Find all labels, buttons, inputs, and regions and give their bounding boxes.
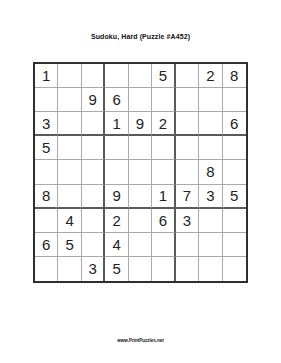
cell-r7-c9[interactable] [223,209,246,233]
cell-r9-c4[interactable]: 5 [105,257,128,281]
cell-r3-c2[interactable] [58,112,81,136]
cell-r8-c4[interactable]: 4 [105,233,128,257]
cell-r1-c2[interactable] [58,64,81,88]
cell-r9-c1[interactable] [35,257,58,281]
cell-r8-c3[interactable] [82,233,105,257]
cell-r7-c7[interactable]: 3 [176,209,199,233]
cell-r1-c6[interactable]: 5 [152,64,175,88]
cell-r8-c8[interactable] [199,233,222,257]
puzzle-title: Sudoku, Hard (Puzzle #A452) [0,33,281,40]
cell-r4-c4[interactable] [105,136,128,160]
cell-r3-c5[interactable]: 9 [129,112,152,136]
cell-r6-c1[interactable]: 8 [35,185,58,209]
cell-r7-c8[interactable] [199,209,222,233]
cell-r2-c4[interactable]: 6 [105,88,128,112]
cell-r2-c3[interactable]: 9 [82,88,105,112]
cell-r5-c1[interactable] [35,160,58,184]
cell-r1-c3[interactable] [82,64,105,88]
cell-r6-c3[interactable] [82,185,105,209]
cell-r1-c8[interactable]: 2 [199,64,222,88]
footer-url: www.PrintPuzzles.net [0,338,281,343]
cell-r3-c6[interactable]: 2 [152,112,175,136]
cell-r1-c5[interactable] [129,64,152,88]
sudoku-board: 1528963192658891735426365435 [33,62,248,283]
cell-r2-c7[interactable] [176,88,199,112]
cell-r1-c4[interactable] [105,64,128,88]
cell-r5-c3[interactable] [82,160,105,184]
cell-r4-c7[interactable] [176,136,199,160]
cell-r3-c8[interactable] [199,112,222,136]
cell-r3-c4[interactable]: 1 [105,112,128,136]
cell-r4-c3[interactable] [82,136,105,160]
cell-r7-c1[interactable] [35,209,58,233]
cell-r7-c6[interactable]: 6 [152,209,175,233]
cell-r1-c7[interactable] [176,64,199,88]
cell-r4-c6[interactable] [152,136,175,160]
cell-r8-c5[interactable] [129,233,152,257]
cell-r6-c6[interactable]: 1 [152,185,175,209]
cell-r9-c3[interactable]: 3 [82,257,105,281]
cell-r2-c2[interactable] [58,88,81,112]
cell-r9-c8[interactable] [199,257,222,281]
cell-r5-c9[interactable] [223,160,246,184]
cell-r6-c4[interactable]: 9 [105,185,128,209]
cell-r4-c5[interactable] [129,136,152,160]
cell-r8-c9[interactable] [223,233,246,257]
printable-sudoku-page: Sudoku, Hard (Puzzle #A452) 152896319265… [0,0,281,363]
cell-r7-c5[interactable] [129,209,152,233]
cell-r6-c7[interactable]: 7 [176,185,199,209]
cell-r6-c8[interactable]: 3 [199,185,222,209]
cell-r2-c9[interactable] [223,88,246,112]
cell-r9-c7[interactable] [176,257,199,281]
cell-r9-c5[interactable] [129,257,152,281]
cell-r8-c6[interactable] [152,233,175,257]
cell-r8-c7[interactable] [176,233,199,257]
cell-r8-c2[interactable]: 5 [58,233,81,257]
cell-r2-c5[interactable] [129,88,152,112]
cell-r9-c9[interactable] [223,257,246,281]
cell-r5-c8[interactable]: 8 [199,160,222,184]
cell-r3-c7[interactable] [176,112,199,136]
cell-r3-c1[interactable]: 3 [35,112,58,136]
cell-r1-c1[interactable]: 1 [35,64,58,88]
cell-r4-c2[interactable] [58,136,81,160]
cell-r5-c6[interactable] [152,160,175,184]
cell-r8-c1[interactable]: 6 [35,233,58,257]
cell-r2-c1[interactable] [35,88,58,112]
cell-r6-c5[interactable] [129,185,152,209]
cell-r5-c4[interactable] [105,160,128,184]
cell-r4-c1[interactable]: 5 [35,136,58,160]
cell-r3-c9[interactable]: 6 [223,112,246,136]
cell-r5-c5[interactable] [129,160,152,184]
cell-r7-c4[interactable]: 2 [105,209,128,233]
cell-r7-c2[interactable]: 4 [58,209,81,233]
cell-r4-c9[interactable] [223,136,246,160]
cell-r6-c2[interactable] [58,185,81,209]
cell-r9-c2[interactable] [58,257,81,281]
cell-r5-c2[interactable] [58,160,81,184]
cell-r1-c9[interactable]: 8 [223,64,246,88]
cell-r9-c6[interactable] [152,257,175,281]
cell-r2-c8[interactable] [199,88,222,112]
cell-r7-c3[interactable] [82,209,105,233]
cell-r6-c9[interactable]: 5 [223,185,246,209]
cell-r2-c6[interactable] [152,88,175,112]
cell-r5-c7[interactable] [176,160,199,184]
cell-r3-c3[interactable] [82,112,105,136]
cell-r4-c8[interactable] [199,136,222,160]
